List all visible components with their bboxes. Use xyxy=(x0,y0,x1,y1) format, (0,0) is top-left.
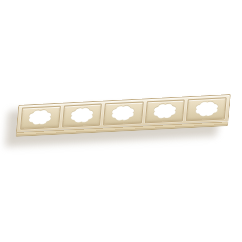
frame-module xyxy=(186,97,227,121)
scalloped-opening-icon xyxy=(66,105,98,126)
scalloped-opening-icon xyxy=(108,103,140,124)
frame-module xyxy=(20,106,61,130)
scalloped-opening-icon xyxy=(149,101,181,122)
scalloped-opening-icon xyxy=(191,99,223,120)
frame-module xyxy=(103,101,144,125)
scalloped-opening-icon xyxy=(24,107,56,128)
frame-module xyxy=(62,104,103,128)
frame-module xyxy=(145,99,186,123)
product-photo-stage xyxy=(0,0,242,242)
